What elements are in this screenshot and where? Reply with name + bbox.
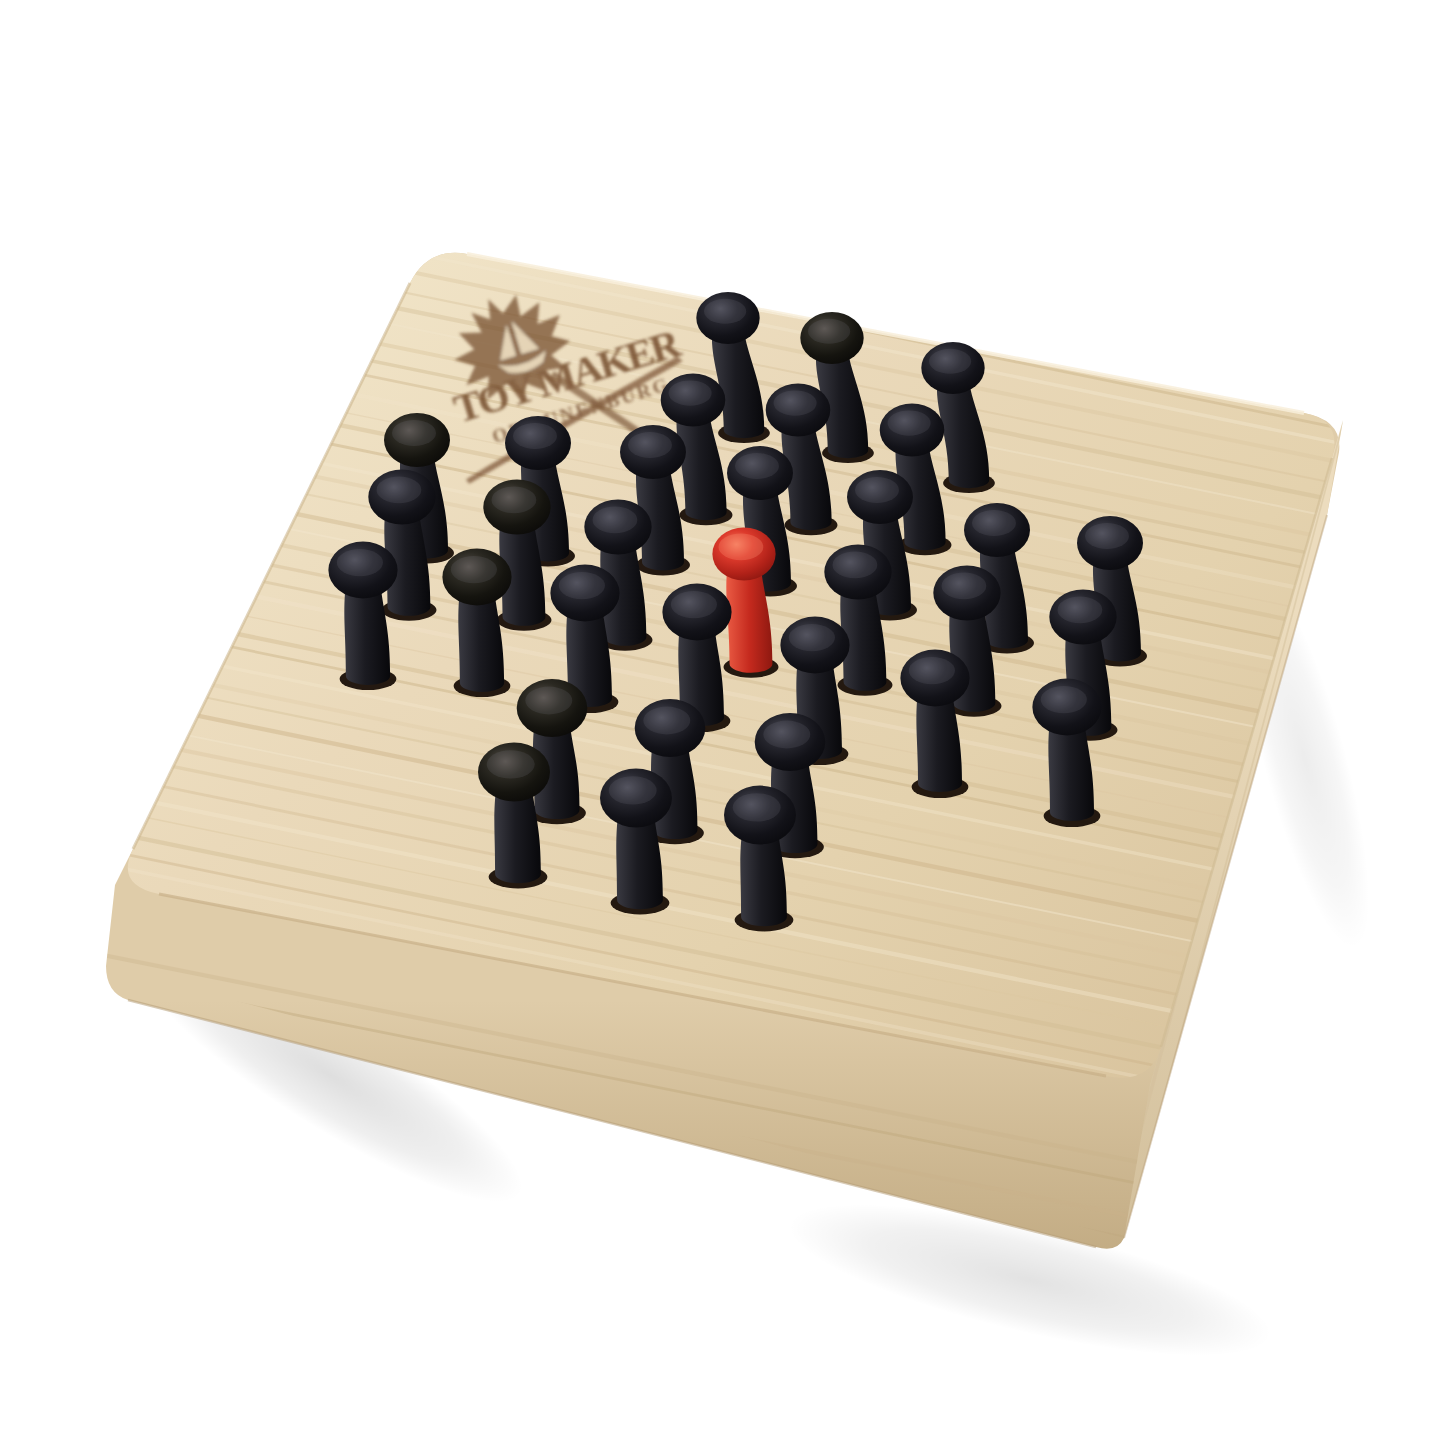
peg-head-sheen xyxy=(392,420,436,446)
peg-head-sheen xyxy=(492,487,537,514)
peg-head-sheen xyxy=(609,776,657,804)
peg-head-sheen xyxy=(833,552,878,579)
board-scene: TOY MAKER OF LUNENBURG xyxy=(0,0,1445,1445)
peg-head-sheen xyxy=(559,572,605,599)
peg-head-sheen xyxy=(1041,686,1087,713)
peg-head-sheen xyxy=(1058,597,1103,624)
peg-head-sheen xyxy=(513,423,557,449)
peg-head-sheen xyxy=(593,507,638,534)
peg-head-sheen xyxy=(525,687,572,715)
peg-head-sheen xyxy=(628,432,672,458)
peg-head-sheen xyxy=(377,477,422,504)
peg-head-sheen xyxy=(337,549,383,576)
peg-head-sheen xyxy=(733,793,781,821)
peg-head-sheen xyxy=(972,510,1016,536)
peg-head-sheen xyxy=(669,380,712,405)
peg-head-sheen xyxy=(487,750,535,778)
peg-head-sheen xyxy=(719,534,764,561)
peg-head-sheen xyxy=(1085,523,1129,549)
peg-head-sheen xyxy=(808,319,850,344)
peg-head-sheen xyxy=(671,591,717,618)
peg-head-sheen xyxy=(929,349,971,374)
peg-solitaire-product-photo: TOY MAKER OF LUNENBURG xyxy=(0,0,1445,1445)
peg-head-sheen xyxy=(451,556,497,583)
peg-head-sheen xyxy=(704,299,746,324)
peg-head-sheen xyxy=(643,707,690,735)
peg-head-sheen xyxy=(909,657,955,684)
peg-head-sheen xyxy=(942,573,987,600)
peg-head-sheen xyxy=(888,410,931,435)
peg-head-sheen xyxy=(763,721,810,749)
peg-head-sheen xyxy=(855,477,899,503)
peg-head-sheen xyxy=(735,453,779,479)
peg-head-sheen xyxy=(789,624,835,651)
peg-head-sheen xyxy=(774,390,817,415)
